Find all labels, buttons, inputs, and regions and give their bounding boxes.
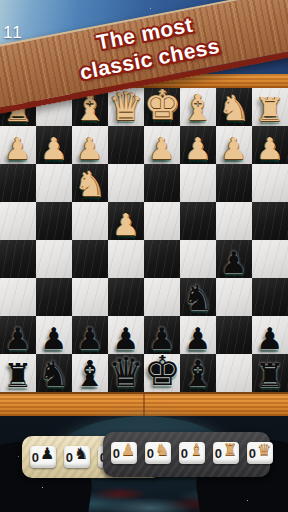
square-e7[interactable]: ♟ — [144, 316, 180, 354]
square-h1[interactable]: ♜ — [252, 88, 288, 126]
white-pawn: ♟ — [144, 134, 180, 164]
white-bishop-capture-counter: 0♝ — [179, 442, 205, 464]
square-a4[interactable] — [0, 202, 36, 240]
black-rook: ♜ — [0, 359, 36, 392]
black-pawn: ♟ — [72, 324, 108, 354]
capture-count: 0 — [181, 446, 188, 461]
black-bishop: ♝ — [72, 356, 108, 392]
square-d5[interactable] — [108, 240, 144, 278]
stars-decoration — [0, 416, 1, 417]
square-b6[interactable] — [36, 278, 72, 316]
black-pawn: ♟ — [216, 248, 252, 278]
black-pawn-capture-counter: 0♟ — [30, 446, 56, 468]
black-pawn: ♟ — [180, 324, 216, 354]
square-b8[interactable]: ♞ — [36, 354, 72, 392]
white-bishop-icon: ♝ — [189, 442, 203, 458]
black-pawn-icon: ♟ — [40, 446, 54, 462]
square-b2[interactable]: ♟ — [36, 126, 72, 164]
square-a6[interactable] — [0, 278, 36, 316]
square-b4[interactable] — [36, 202, 72, 240]
app-screen: 11 ♜♝♛♚♝♞♜♟♟♟♟♟♟♟♞♟♟♞♟♟♟♟♟♟♟♜♞♝♛♚♝♜ The … — [0, 0, 288, 512]
white-pawn: ♟ — [72, 134, 108, 164]
white-pawn-capture-counter: 0♟ — [111, 442, 137, 464]
square-h5[interactable] — [252, 240, 288, 278]
square-b5[interactable] — [36, 240, 72, 278]
black-rook: ♜ — [252, 359, 288, 392]
square-g6[interactable] — [216, 278, 252, 316]
square-d4[interactable]: ♟ — [108, 202, 144, 240]
square-e8[interactable]: ♚ — [144, 354, 180, 392]
black-pawn: ♟ — [36, 324, 72, 354]
square-e5[interactable] — [144, 240, 180, 278]
capture-count: 0 — [147, 446, 154, 461]
square-c8[interactable]: ♝ — [72, 354, 108, 392]
square-d7[interactable]: ♟ — [108, 316, 144, 354]
square-f4[interactable] — [180, 202, 216, 240]
square-c4[interactable] — [72, 202, 108, 240]
square-f8[interactable]: ♝ — [180, 354, 216, 392]
square-f3[interactable] — [180, 164, 216, 202]
square-c5[interactable] — [72, 240, 108, 278]
board-frame-bottom — [0, 392, 288, 418]
square-c3[interactable]: ♞ — [72, 164, 108, 202]
square-g5[interactable]: ♟ — [216, 240, 252, 278]
square-c2[interactable]: ♟ — [72, 126, 108, 164]
square-h8[interactable]: ♜ — [252, 354, 288, 392]
white-queen-icon: ♛ — [257, 442, 271, 458]
square-h3[interactable] — [252, 164, 288, 202]
white-pawn: ♟ — [216, 134, 252, 164]
stars-decoration — [0, 0, 1, 1]
square-d8[interactable]: ♛ — [108, 354, 144, 392]
square-f6[interactable]: ♞ — [180, 278, 216, 316]
square-h2[interactable]: ♟ — [252, 126, 288, 164]
square-f2[interactable]: ♟ — [180, 126, 216, 164]
white-king: ♚ — [144, 85, 180, 126]
square-e6[interactable] — [144, 278, 180, 316]
square-a8[interactable]: ♜ — [0, 354, 36, 392]
black-pawn: ♟ — [252, 324, 288, 354]
square-g8[interactable] — [216, 354, 252, 392]
square-b7[interactable]: ♟ — [36, 316, 72, 354]
white-pawn-icon: ♟ — [121, 442, 135, 458]
white-pawn: ♟ — [252, 134, 288, 164]
black-knight: ♞ — [36, 357, 72, 392]
square-a3[interactable] — [0, 164, 36, 202]
square-g4[interactable] — [216, 202, 252, 240]
white-knight-capture-counter: 0♞ — [145, 442, 171, 464]
square-d3[interactable] — [108, 164, 144, 202]
capture-count: 0 — [215, 446, 222, 461]
square-h4[interactable] — [252, 202, 288, 240]
white-queen: ♛ — [108, 86, 144, 126]
square-g2[interactable]: ♟ — [216, 126, 252, 164]
white-pawn: ♟ — [36, 134, 72, 164]
chess-board[interactable]: ♜♝♛♚♝♞♜♟♟♟♟♟♟♟♞♟♟♞♟♟♟♟♟♟♟♜♞♝♛♚♝♜ — [0, 88, 288, 392]
square-c7[interactable]: ♟ — [72, 316, 108, 354]
capture-counters-white: 0♟0♞0♝0♜0♛ — [111, 442, 273, 464]
black-knight-capture-counter: 0♞ — [64, 446, 90, 468]
square-e4[interactable] — [144, 202, 180, 240]
square-c6[interactable] — [72, 278, 108, 316]
black-pawn: ♟ — [108, 324, 144, 354]
white-pawn: ♟ — [108, 210, 144, 240]
white-pawn: ♟ — [180, 134, 216, 164]
square-h7[interactable]: ♟ — [252, 316, 288, 354]
black-pawn: ♟ — [0, 324, 36, 354]
square-a7[interactable]: ♟ — [0, 316, 36, 354]
square-g7[interactable] — [216, 316, 252, 354]
square-d6[interactable] — [108, 278, 144, 316]
square-e1[interactable]: ♚ — [144, 88, 180, 126]
square-g3[interactable] — [216, 164, 252, 202]
square-a5[interactable] — [0, 240, 36, 278]
white-queen-capture-counter: 0♛ — [247, 442, 273, 464]
white-pawn: ♟ — [0, 134, 36, 164]
black-queen: ♛ — [108, 352, 144, 392]
capture-count: 0 — [249, 446, 256, 461]
white-bishop: ♝ — [180, 90, 216, 126]
square-b3[interactable] — [36, 164, 72, 202]
white-knight: ♞ — [72, 167, 108, 202]
black-bishop: ♝ — [180, 356, 216, 392]
white-knight: ♞ — [216, 91, 252, 126]
white-rook: ♜ — [252, 93, 288, 126]
white-rook-icon: ♜ — [223, 442, 237, 458]
square-e3[interactable] — [144, 164, 180, 202]
square-a2[interactable]: ♟ — [0, 126, 36, 164]
captured-white-pieces-tray: 0♟0♞0♝0♜0♛ — [103, 432, 270, 477]
black-king: ♚ — [144, 351, 180, 392]
white-knight-icon: ♞ — [155, 442, 169, 458]
square-d2[interactable] — [108, 126, 144, 164]
square-h6[interactable] — [252, 278, 288, 316]
white-rook-capture-counter: 0♜ — [213, 442, 239, 464]
square-f5[interactable] — [180, 240, 216, 278]
capture-count: 0 — [113, 446, 120, 461]
black-knight-icon: ♞ — [74, 446, 88, 462]
square-f7[interactable]: ♟ — [180, 316, 216, 354]
square-e2[interactable]: ♟ — [144, 126, 180, 164]
capture-count: 0 — [32, 450, 39, 465]
square-g1[interactable]: ♞ — [216, 88, 252, 126]
capture-count: 0 — [66, 450, 73, 465]
black-knight: ♞ — [180, 281, 216, 316]
black-pawn: ♟ — [144, 324, 180, 354]
square-d1[interactable]: ♛ — [108, 88, 144, 126]
wood-grain-decoration — [0, 394, 288, 418]
square-f1[interactable]: ♝ — [180, 88, 216, 126]
